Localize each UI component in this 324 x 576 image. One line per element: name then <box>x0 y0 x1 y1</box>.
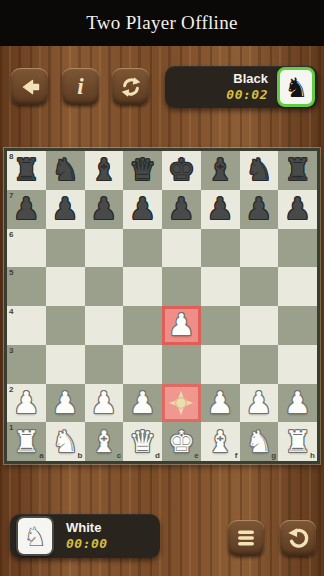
square-b8[interactable]: ♞ <box>46 151 85 190</box>
black-pawn-b7: ♟ <box>52 194 79 224</box>
square-h5[interactable] <box>278 267 317 306</box>
square-a6[interactable]: 6 <box>7 229 46 268</box>
square-a5[interactable]: 5 <box>7 267 46 306</box>
square-c6[interactable] <box>85 229 124 268</box>
title-bar: Two Player Offline <box>0 0 324 46</box>
square-e7[interactable]: ♟ <box>162 190 201 229</box>
black-knight-icon: ♞ <box>284 74 308 101</box>
app-screen: Two Player Offline i Black 00:02 ♞ <box>0 0 324 576</box>
square-d8[interactable]: ♛ <box>123 151 162 190</box>
rotate-board-button[interactable] <box>112 68 149 105</box>
square-h3[interactable] <box>278 345 317 384</box>
square-d6[interactable] <box>123 229 162 268</box>
menu-button[interactable] <box>228 520 264 556</box>
white-player-avatar: ♘ <box>16 516 54 556</box>
square-h6[interactable] <box>278 229 317 268</box>
square-c5[interactable] <box>85 267 124 306</box>
white-pawn-f2: ♟ <box>207 388 234 418</box>
white-pawn-a2: ♟ <box>13 388 40 418</box>
rank-label-1: 1 <box>9 423 13 432</box>
back-button[interactable] <box>11 68 48 105</box>
black-player-clock: 00:02 <box>226 87 268 103</box>
black-pawn-h7: ♟ <box>284 194 311 224</box>
white-player-name: White <box>66 520 101 536</box>
square-f4[interactable] <box>201 306 240 345</box>
square-h4[interactable] <box>278 306 317 345</box>
square-e3[interactable] <box>162 345 201 384</box>
square-g5[interactable] <box>240 267 279 306</box>
rank-label-2: 2 <box>9 385 13 394</box>
file-label-g: g <box>271 451 276 460</box>
rank-label-5: 5 <box>9 268 13 277</box>
white-pawn-h2: ♟ <box>284 388 311 418</box>
file-label-e: e <box>194 451 198 460</box>
square-c8[interactable]: ♝ <box>85 151 124 190</box>
board: 8♜♞♝♛♚♝♞♜7♟♟♟♟♟♟♟♟654♟32♟♟♟♟♟♟♟1a♜b♞c♝d♛… <box>4 148 320 464</box>
square-a7[interactable]: 7♟ <box>7 190 46 229</box>
white-player-panel: ♘ White 00:00 <box>10 514 160 558</box>
square-d5[interactable] <box>123 267 162 306</box>
square-c1[interactable]: c♝ <box>85 422 124 461</box>
square-f2[interactable]: ♟ <box>201 384 240 423</box>
undo-button[interactable] <box>280 520 316 556</box>
white-knight-g1: ♞ <box>245 427 272 457</box>
rank-label-8: 8 <box>9 152 13 161</box>
white-pawn-g2: ♟ <box>245 388 272 418</box>
black-bishop-c8: ♝ <box>90 155 117 185</box>
square-b6[interactable] <box>46 229 85 268</box>
square-g8[interactable]: ♞ <box>240 151 279 190</box>
white-king-e1: ♚ <box>168 427 195 457</box>
white-pawn-e4: ♟ <box>168 310 195 340</box>
file-label-d: d <box>155 451 160 460</box>
square-c7[interactable]: ♟ <box>85 190 124 229</box>
square-d2[interactable]: ♟ <box>123 384 162 423</box>
file-label-c: c <box>117 451 121 460</box>
black-pawn-g7: ♟ <box>245 194 272 224</box>
square-e6[interactable] <box>162 229 201 268</box>
square-c4[interactable] <box>85 306 124 345</box>
rank-label-3: 3 <box>9 346 13 355</box>
square-a2[interactable]: 2♟ <box>7 384 46 423</box>
square-h2[interactable]: ♟ <box>278 384 317 423</box>
square-d1[interactable]: d♛ <box>123 422 162 461</box>
black-pawn-f7: ♟ <box>207 194 234 224</box>
black-player-avatar: ♞ <box>277 67 315 107</box>
back-arrow-icon <box>18 75 42 99</box>
square-a4[interactable]: 4 <box>7 306 46 345</box>
black-pawn-a7: ♟ <box>13 194 40 224</box>
black-king-e8: ♚ <box>168 155 195 185</box>
move-origin-indicator <box>167 389 195 417</box>
square-b2[interactable]: ♟ <box>46 384 85 423</box>
rank-label-7: 7 <box>9 191 13 200</box>
undo-arrow-icon <box>286 526 310 550</box>
white-knight-icon: ♘ <box>23 523 47 550</box>
square-b1[interactable]: b♞ <box>46 422 85 461</box>
square-b7[interactable]: ♟ <box>46 190 85 229</box>
square-f6[interactable] <box>201 229 240 268</box>
square-g7[interactable]: ♟ <box>240 190 279 229</box>
square-d7[interactable]: ♟ <box>123 190 162 229</box>
square-a8[interactable]: 8♜ <box>7 151 46 190</box>
square-b5[interactable] <box>46 267 85 306</box>
square-g1[interactable]: g♞ <box>240 422 279 461</box>
file-label-b: b <box>78 451 83 460</box>
square-c3[interactable] <box>85 345 124 384</box>
hamburger-menu-icon <box>235 527 257 549</box>
square-b4[interactable] <box>46 306 85 345</box>
square-d3[interactable] <box>123 345 162 384</box>
square-f8[interactable]: ♝ <box>201 151 240 190</box>
square-e8[interactable]: ♚ <box>162 151 201 190</box>
square-a1[interactable]: 1a♜ <box>7 422 46 461</box>
white-rook-a1: ♜ <box>13 427 40 457</box>
black-knight-g8: ♞ <box>245 155 272 185</box>
rank-label-4: 4 <box>9 307 13 316</box>
white-player-clock: 00:00 <box>66 536 108 552</box>
square-h8[interactable]: ♜ <box>278 151 317 190</box>
square-f5[interactable] <box>201 267 240 306</box>
white-bishop-f1: ♝ <box>207 427 234 457</box>
square-h7[interactable]: ♟ <box>278 190 317 229</box>
square-e4[interactable]: ♟ <box>162 306 201 345</box>
black-bishop-f8: ♝ <box>207 155 234 185</box>
square-g2[interactable]: ♟ <box>240 384 279 423</box>
info-button[interactable]: i <box>62 68 99 105</box>
white-bishop-c1: ♝ <box>90 427 117 457</box>
square-c2[interactable]: ♟ <box>85 384 124 423</box>
rank-label-6: 6 <box>9 230 13 239</box>
white-pawn-c2: ♟ <box>90 388 117 418</box>
white-queen-d1: ♛ <box>129 427 156 457</box>
square-g6[interactable] <box>240 229 279 268</box>
black-player-name: Black <box>233 71 268 87</box>
black-pawn-e7: ♟ <box>168 194 195 224</box>
white-pawn-d2: ♟ <box>129 388 156 418</box>
file-label-a: a <box>39 451 43 460</box>
white-rook-h1: ♜ <box>284 427 311 457</box>
white-pawn-b2: ♟ <box>52 388 79 418</box>
square-g3[interactable] <box>240 345 279 384</box>
file-label-h: h <box>310 451 315 460</box>
square-g4[interactable] <box>240 306 279 345</box>
file-label-f: f <box>235 451 238 460</box>
black-rook-h8: ♜ <box>284 155 311 185</box>
square-e1[interactable]: e♚ <box>162 422 201 461</box>
square-e2[interactable] <box>162 384 201 423</box>
square-h1[interactable]: h♜ <box>278 422 317 461</box>
square-f3[interactable] <box>201 345 240 384</box>
square-f1[interactable]: f♝ <box>201 422 240 461</box>
black-rook-a8: ♜ <box>13 155 40 185</box>
info-icon: i <box>77 75 83 98</box>
page-title: Two Player Offline <box>86 12 237 34</box>
black-player-panel: Black 00:02 ♞ <box>165 66 318 108</box>
square-e5[interactable] <box>162 267 201 306</box>
square-d4[interactable] <box>123 306 162 345</box>
black-pawn-d7: ♟ <box>129 194 156 224</box>
black-queen-d8: ♛ <box>129 155 156 185</box>
white-knight-b1: ♞ <box>52 427 79 457</box>
square-a3[interactable]: 3 <box>7 345 46 384</box>
square-f7[interactable]: ♟ <box>201 190 240 229</box>
black-knight-b8: ♞ <box>52 155 79 185</box>
rotate-arrows-icon <box>119 75 143 99</box>
black-pawn-c7: ♟ <box>90 194 117 224</box>
square-b3[interactable] <box>46 345 85 384</box>
